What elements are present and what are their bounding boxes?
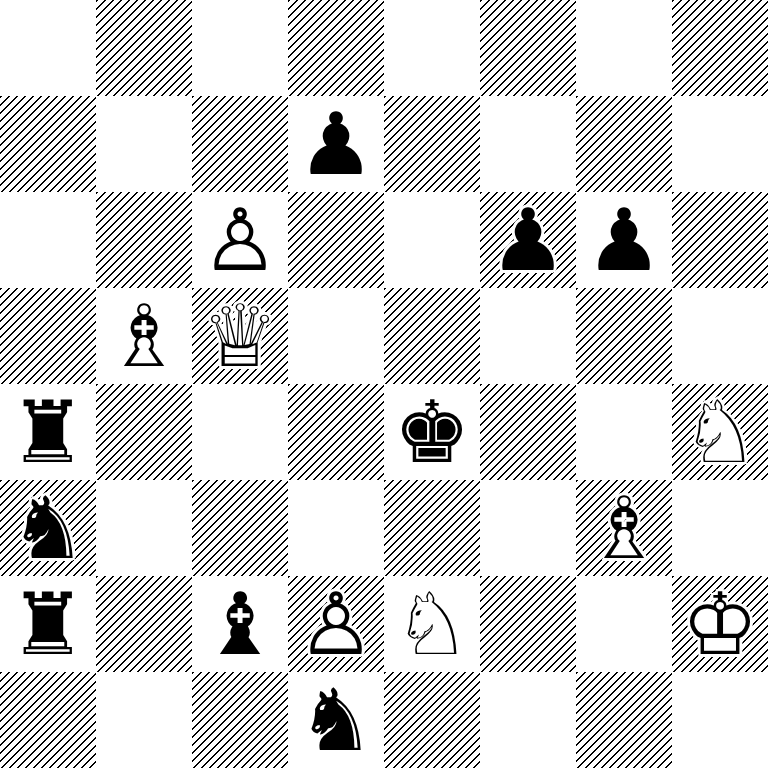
square-a4[interactable]: ♜♜ (0, 384, 96, 480)
square-h5[interactable] (672, 288, 768, 384)
black-knight-glyph: ♞ (288, 672, 384, 768)
square-d8[interactable] (288, 0, 384, 96)
white-queen-glyph: ♕ (192, 288, 288, 384)
white-bishop[interactable]: ♝♗ (96, 288, 192, 384)
square-g4[interactable] (576, 384, 672, 480)
square-d1[interactable]: ♞♞ (288, 672, 384, 768)
square-g2[interactable] (576, 576, 672, 672)
square-h8[interactable] (672, 0, 768, 96)
square-b5[interactable]: ♝♗ (96, 288, 192, 384)
black-king-glyph: ♚ (384, 384, 480, 480)
square-f4[interactable] (480, 384, 576, 480)
square-f5[interactable] (480, 288, 576, 384)
square-c2[interactable]: ♝♝ (192, 576, 288, 672)
square-b7[interactable] (96, 96, 192, 192)
square-h7[interactable] (672, 96, 768, 192)
white-pawn-glyph: ♙ (192, 192, 288, 288)
black-pawn-glyph: ♟ (480, 192, 576, 288)
square-c3[interactable] (192, 480, 288, 576)
square-e8[interactable] (384, 0, 480, 96)
black-rook-glyph: ♜ (0, 576, 96, 672)
square-c5[interactable]: ♛♕ (192, 288, 288, 384)
white-knight[interactable]: ♞♘ (384, 576, 480, 672)
black-pawn-glyph: ♟ (288, 96, 384, 192)
square-d6[interactable] (288, 192, 384, 288)
square-e1[interactable] (384, 672, 480, 768)
square-d5[interactable] (288, 288, 384, 384)
square-d3[interactable] (288, 480, 384, 576)
square-g5[interactable] (576, 288, 672, 384)
white-king[interactable]: ♚♔ (672, 576, 768, 672)
black-rook[interactable]: ♜♜ (0, 384, 96, 480)
square-c6[interactable]: ♟♙ (192, 192, 288, 288)
white-bishop-glyph: ♗ (576, 480, 672, 576)
square-d7[interactable]: ♟♟ (288, 96, 384, 192)
square-e4[interactable]: ♚♚ (384, 384, 480, 480)
black-rook-glyph: ♜ (0, 384, 96, 480)
black-knight[interactable]: ♞♞ (0, 480, 96, 576)
square-f6[interactable]: ♟♟ (480, 192, 576, 288)
square-h2[interactable]: ♚♔ (672, 576, 768, 672)
square-c7[interactable] (192, 96, 288, 192)
square-b2[interactable] (96, 576, 192, 672)
square-a1[interactable] (0, 672, 96, 768)
square-b1[interactable] (96, 672, 192, 768)
white-queen[interactable]: ♛♕ (192, 288, 288, 384)
square-a6[interactable] (0, 192, 96, 288)
black-bishop[interactable]: ♝♝ (192, 576, 288, 672)
square-c4[interactable] (192, 384, 288, 480)
square-h6[interactable] (672, 192, 768, 288)
square-d2[interactable]: ♟♙ (288, 576, 384, 672)
square-f2[interactable] (480, 576, 576, 672)
black-king[interactable]: ♚♚ (384, 384, 480, 480)
square-f1[interactable] (480, 672, 576, 768)
white-knight-glyph: ♘ (384, 576, 480, 672)
square-b4[interactable] (96, 384, 192, 480)
square-c8[interactable] (192, 0, 288, 96)
square-c1[interactable] (192, 672, 288, 768)
square-f3[interactable] (480, 480, 576, 576)
square-g8[interactable] (576, 0, 672, 96)
white-bishop-glyph: ♗ (96, 288, 192, 384)
black-pawn[interactable]: ♟♟ (576, 192, 672, 288)
square-a2[interactable]: ♜♜ (0, 576, 96, 672)
square-e3[interactable] (384, 480, 480, 576)
square-a3[interactable]: ♞♞ (0, 480, 96, 576)
white-pawn[interactable]: ♟♙ (288, 576, 384, 672)
white-pawn[interactable]: ♟♙ (192, 192, 288, 288)
square-f8[interactable] (480, 0, 576, 96)
black-pawn[interactable]: ♟♟ (288, 96, 384, 192)
white-knight[interactable]: ♞♘ (672, 384, 768, 480)
chess-board: ♟♟♟♙♟♟♟♟♝♗♛♕♜♜♚♚♞♘♞♞♝♗♜♜♝♝♟♙♞♘♚♔♞♞ (0, 0, 768, 768)
black-bishop-glyph: ♝ (192, 576, 288, 672)
black-rook[interactable]: ♜♜ (0, 576, 96, 672)
chess-diagram: ♟♟♟♙♟♟♟♟♝♗♛♕♜♜♚♚♞♘♞♞♝♗♜♜♝♝♟♙♞♘♚♔♞♞ (0, 0, 768, 768)
square-g3[interactable]: ♝♗ (576, 480, 672, 576)
square-h1[interactable] (672, 672, 768, 768)
square-d4[interactable] (288, 384, 384, 480)
black-pawn-glyph: ♟ (576, 192, 672, 288)
square-e6[interactable] (384, 192, 480, 288)
square-a7[interactable] (0, 96, 96, 192)
square-a8[interactable] (0, 0, 96, 96)
square-e2[interactable]: ♞♘ (384, 576, 480, 672)
white-king-glyph: ♔ (672, 576, 768, 672)
square-a5[interactable] (0, 288, 96, 384)
square-e7[interactable] (384, 96, 480, 192)
white-knight-glyph: ♘ (672, 384, 768, 480)
square-b8[interactable] (96, 0, 192, 96)
square-f7[interactable] (480, 96, 576, 192)
square-e5[interactable] (384, 288, 480, 384)
square-g1[interactable] (576, 672, 672, 768)
square-g6[interactable]: ♟♟ (576, 192, 672, 288)
square-g7[interactable] (576, 96, 672, 192)
black-knight[interactable]: ♞♞ (288, 672, 384, 768)
black-pawn[interactable]: ♟♟ (480, 192, 576, 288)
square-h3[interactable] (672, 480, 768, 576)
white-bishop[interactable]: ♝♗ (576, 480, 672, 576)
square-b6[interactable] (96, 192, 192, 288)
white-pawn-glyph: ♙ (288, 576, 384, 672)
black-knight-glyph: ♞ (0, 480, 96, 576)
square-b3[interactable] (96, 480, 192, 576)
square-h4[interactable]: ♞♘ (672, 384, 768, 480)
